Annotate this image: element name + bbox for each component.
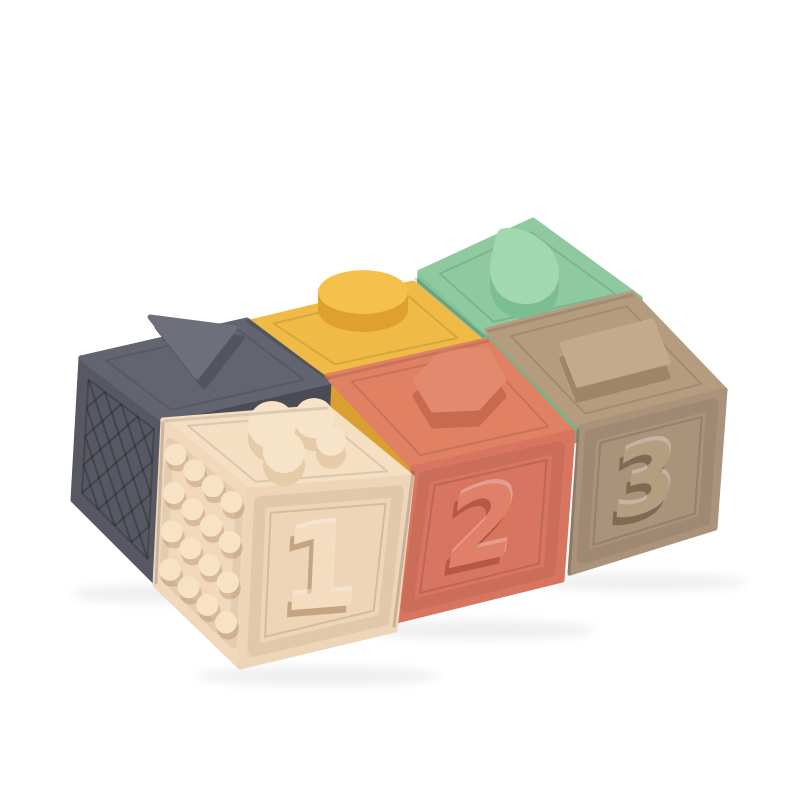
flower-stud-top: [263, 431, 305, 473]
product-photo: 3 3 3 2 2 2: [0, 0, 800, 800]
shadow-peach: [196, 666, 440, 686]
shadow-coral: [365, 620, 595, 640]
cylinder-stud-top: [318, 270, 408, 314]
peach-number: 1 1 1: [272, 493, 364, 646]
number-1: 1: [277, 497, 364, 638]
flower-stud-top: [316, 426, 346, 456]
number-3: 3: [609, 415, 681, 543]
cylinder-stud: [318, 270, 408, 332]
